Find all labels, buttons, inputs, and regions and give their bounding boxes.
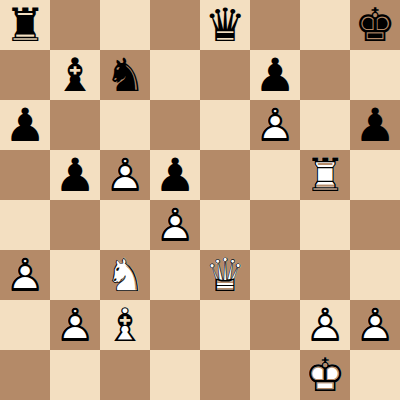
white-pawn-outline-icon: ♙ bbox=[350, 300, 400, 350]
piece-white-queen[interactable]: ♛♕ bbox=[200, 250, 250, 300]
square-f2[interactable] bbox=[250, 300, 300, 350]
white-pawn-outline-icon: ♙ bbox=[250, 100, 300, 150]
square-f7[interactable]: ♟ bbox=[250, 50, 300, 100]
piece-black-king[interactable]: ♚ bbox=[350, 0, 400, 50]
square-c5[interactable]: ♟♙ bbox=[100, 150, 150, 200]
square-c6[interactable] bbox=[100, 100, 150, 150]
piece-black-pawn[interactable]: ♟ bbox=[250, 50, 300, 100]
square-b1[interactable] bbox=[50, 350, 100, 400]
piece-white-pawn[interactable]: ♟♙ bbox=[0, 250, 50, 300]
piece-white-king[interactable]: ♚♔ bbox=[300, 350, 350, 400]
black-king-icon: ♚ bbox=[350, 0, 400, 50]
square-e6[interactable] bbox=[200, 100, 250, 150]
white-pawn-outline-icon: ♙ bbox=[100, 150, 150, 200]
black-pawn-icon: ♟ bbox=[0, 100, 50, 150]
square-g6[interactable] bbox=[300, 100, 350, 150]
white-pawn-icon: ♟ bbox=[150, 200, 200, 250]
square-d2[interactable] bbox=[150, 300, 200, 350]
black-pawn-icon: ♟ bbox=[250, 50, 300, 100]
square-b8[interactable] bbox=[50, 0, 100, 50]
square-e4[interactable] bbox=[200, 200, 250, 250]
white-pawn-outline-icon: ♙ bbox=[300, 300, 350, 350]
square-c4[interactable] bbox=[100, 200, 150, 250]
black-rook-icon: ♜ bbox=[0, 0, 50, 50]
square-h6[interactable]: ♟ bbox=[350, 100, 400, 150]
square-e5[interactable] bbox=[200, 150, 250, 200]
white-bishop-outline-icon: ♗ bbox=[100, 300, 150, 350]
piece-black-queen[interactable]: ♛ bbox=[200, 0, 250, 50]
square-g7[interactable] bbox=[300, 50, 350, 100]
square-a1[interactable] bbox=[0, 350, 50, 400]
square-b2[interactable]: ♟♙ bbox=[50, 300, 100, 350]
square-c1[interactable] bbox=[100, 350, 150, 400]
square-g3[interactable] bbox=[300, 250, 350, 300]
piece-black-bishop[interactable]: ♝ bbox=[50, 50, 100, 100]
white-king-icon: ♚ bbox=[300, 350, 350, 400]
piece-white-knight[interactable]: ♞♘ bbox=[100, 250, 150, 300]
square-e3[interactable]: ♛♕ bbox=[200, 250, 250, 300]
white-pawn-icon: ♟ bbox=[0, 250, 50, 300]
white-queen-outline-icon: ♕ bbox=[200, 250, 250, 300]
piece-black-pawn[interactable]: ♟ bbox=[350, 100, 400, 150]
white-rook-outline-icon: ♖ bbox=[300, 150, 350, 200]
piece-white-pawn[interactable]: ♟♙ bbox=[300, 300, 350, 350]
square-d5[interactable]: ♟ bbox=[150, 150, 200, 200]
square-e8[interactable]: ♛ bbox=[200, 0, 250, 50]
black-queen-icon: ♛ bbox=[200, 0, 250, 50]
white-pawn-icon: ♟ bbox=[50, 300, 100, 350]
white-king-outline-icon: ♔ bbox=[300, 350, 350, 400]
square-b5[interactable]: ♟ bbox=[50, 150, 100, 200]
square-f1[interactable] bbox=[250, 350, 300, 400]
white-bishop-icon: ♝ bbox=[100, 300, 150, 350]
white-pawn-outline-icon: ♙ bbox=[50, 300, 100, 350]
black-pawn-icon: ♟ bbox=[150, 150, 200, 200]
square-b4[interactable] bbox=[50, 200, 100, 250]
square-g2[interactable]: ♟♙ bbox=[300, 300, 350, 350]
piece-black-pawn[interactable]: ♟ bbox=[50, 150, 100, 200]
square-b3[interactable] bbox=[50, 250, 100, 300]
white-pawn-outline-icon: ♙ bbox=[0, 250, 50, 300]
piece-white-pawn[interactable]: ♟♙ bbox=[350, 300, 400, 350]
square-h7[interactable] bbox=[350, 50, 400, 100]
white-knight-outline-icon: ♘ bbox=[100, 250, 150, 300]
black-bishop-icon: ♝ bbox=[50, 50, 100, 100]
piece-black-pawn[interactable]: ♟ bbox=[150, 150, 200, 200]
square-g5[interactable]: ♜♖ bbox=[300, 150, 350, 200]
black-pawn-icon: ♟ bbox=[50, 150, 100, 200]
square-g1[interactable]: ♚♔ bbox=[300, 350, 350, 400]
piece-white-bishop[interactable]: ♝♗ bbox=[100, 300, 150, 350]
square-g8[interactable] bbox=[300, 0, 350, 50]
square-f8[interactable] bbox=[250, 0, 300, 50]
piece-white-rook[interactable]: ♜♖ bbox=[300, 150, 350, 200]
square-h2[interactable]: ♟♙ bbox=[350, 300, 400, 350]
white-pawn-icon: ♟ bbox=[100, 150, 150, 200]
square-a7[interactable] bbox=[0, 50, 50, 100]
square-f5[interactable] bbox=[250, 150, 300, 200]
square-e7[interactable] bbox=[200, 50, 250, 100]
white-queen-icon: ♛ bbox=[200, 250, 250, 300]
piece-white-pawn[interactable]: ♟♙ bbox=[100, 150, 150, 200]
square-e1[interactable] bbox=[200, 350, 250, 400]
square-d1[interactable] bbox=[150, 350, 200, 400]
square-a2[interactable] bbox=[0, 300, 50, 350]
piece-black-rook[interactable]: ♜ bbox=[0, 0, 50, 50]
white-pawn-icon: ♟ bbox=[350, 300, 400, 350]
square-e2[interactable] bbox=[200, 300, 250, 350]
black-pawn-icon: ♟ bbox=[350, 100, 400, 150]
square-d3[interactable] bbox=[150, 250, 200, 300]
square-d7[interactable] bbox=[150, 50, 200, 100]
square-a4[interactable] bbox=[0, 200, 50, 250]
square-h1[interactable] bbox=[350, 350, 400, 400]
square-a6[interactable]: ♟ bbox=[0, 100, 50, 150]
white-pawn-outline-icon: ♙ bbox=[150, 200, 200, 250]
black-knight-icon: ♞ bbox=[100, 50, 150, 100]
square-f6[interactable]: ♟♙ bbox=[250, 100, 300, 150]
square-c7[interactable]: ♞ bbox=[100, 50, 150, 100]
square-d8[interactable] bbox=[150, 0, 200, 50]
square-c2[interactable]: ♝♗ bbox=[100, 300, 150, 350]
square-g4[interactable] bbox=[300, 200, 350, 250]
piece-white-pawn[interactable]: ♟♙ bbox=[50, 300, 100, 350]
square-h5[interactable] bbox=[350, 150, 400, 200]
square-f3[interactable] bbox=[250, 250, 300, 300]
piece-black-pawn[interactable]: ♟ bbox=[0, 100, 50, 150]
square-h8[interactable]: ♚ bbox=[350, 0, 400, 50]
square-h3[interactable] bbox=[350, 250, 400, 300]
white-knight-icon: ♞ bbox=[100, 250, 150, 300]
piece-white-pawn[interactable]: ♟♙ bbox=[250, 100, 300, 150]
white-pawn-icon: ♟ bbox=[300, 300, 350, 350]
square-h4[interactable] bbox=[350, 200, 400, 250]
square-d4[interactable]: ♟♙ bbox=[150, 200, 200, 250]
chess-board: ♜♛♚♝♞♟♟♟♙♟♟♟♙♟♜♖♟♙♟♙♞♘♛♕♟♙♝♗♟♙♟♙♚♔ bbox=[0, 0, 400, 400]
white-pawn-icon: ♟ bbox=[250, 100, 300, 150]
piece-white-pawn[interactable]: ♟♙ bbox=[150, 200, 200, 250]
square-d6[interactable] bbox=[150, 100, 200, 150]
square-b7[interactable]: ♝ bbox=[50, 50, 100, 100]
white-rook-icon: ♜ bbox=[300, 150, 350, 200]
square-a5[interactable] bbox=[0, 150, 50, 200]
piece-black-knight[interactable]: ♞ bbox=[100, 50, 150, 100]
square-a8[interactable]: ♜ bbox=[0, 0, 50, 50]
square-c8[interactable] bbox=[100, 0, 150, 50]
square-c3[interactable]: ♞♘ bbox=[100, 250, 150, 300]
square-b6[interactable] bbox=[50, 100, 100, 150]
square-a3[interactable]: ♟♙ bbox=[0, 250, 50, 300]
square-f4[interactable] bbox=[250, 200, 300, 250]
